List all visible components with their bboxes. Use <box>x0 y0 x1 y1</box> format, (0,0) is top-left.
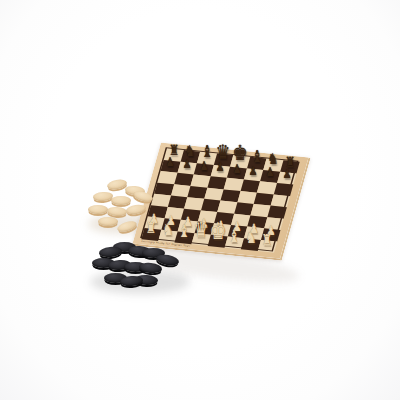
natural-draughts-piece-9 <box>98 217 118 226</box>
natural-draughts-piece-7 <box>107 206 128 216</box>
natural-draughts-piece-6 <box>88 205 108 214</box>
chessboard-frame-line <box>140 147 298 251</box>
product-photo-stage: Lovingly Made for Bigjigs Toys ♜♞♝♛♚♝♞♜♟… <box>0 0 400 400</box>
natural-draughts-piece-4 <box>111 196 131 205</box>
black-draughts-piece-2 <box>98 246 122 258</box>
chessboard: Lovingly Made for Bigjigs Toys <box>132 143 311 261</box>
